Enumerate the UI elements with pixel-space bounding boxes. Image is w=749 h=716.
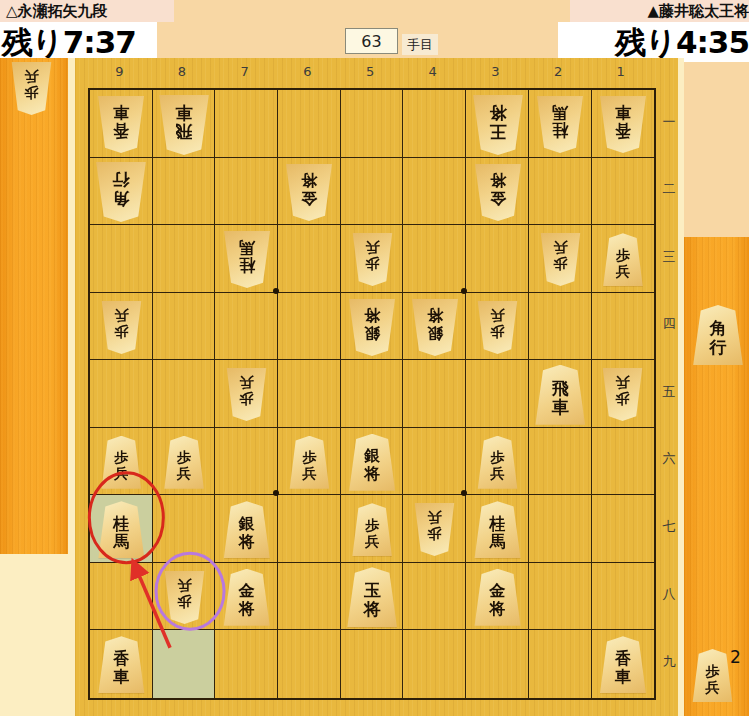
rank-label-4: 四 [659,291,679,359]
sente-player-name: ▲藤井聡太王将 [570,0,749,22]
sente-clock: 残り4:35 [558,22,749,62]
piece-gote-gold-3二: 金将 [473,164,523,221]
rank-label-2: 二 [659,156,679,224]
file-label-5: 5 [339,64,402,84]
rank-label-7: 七 [659,493,679,561]
piece-sente-silver-7七: 銀将 [222,501,272,558]
file-label-6: 6 [276,64,339,84]
piece-sente-lance-9九: 香車 [96,636,146,693]
gote-captured-tray: 歩兵 [0,58,68,554]
move-suffix-label: 手目 [402,34,438,55]
sente-captured-tray: 角行歩兵2 [684,237,749,716]
hand-count-pawn: 2 [730,647,741,667]
piece-gote-pawn-8八: 歩兵 [163,571,206,624]
piece-sente-knight-3七: 桂馬 [473,501,523,558]
piece-sente-rook-2五: 飛車 [533,365,587,425]
file-label-7: 7 [213,64,276,84]
move-number-input[interactable]: 63 [345,28,398,54]
left-gap [68,58,75,716]
rank-label-1: 一 [659,88,679,156]
piece-gote-pawn-2三: 歩兵 [539,233,582,286]
piece-gote-silver-4四: 銀将 [410,299,460,356]
piece-gote-rook-8一: 飛車 [157,95,211,155]
rank-label-6: 六 [659,426,679,494]
rank-label-8: 八 [659,561,679,629]
rank-label-3: 三 [659,223,679,291]
piece-gote-knight-7三: 桂馬 [222,231,272,288]
piece-sente-silver-5六: 銀将 [347,434,397,491]
piece-gote-pawn-3四: 歩兵 [476,301,519,354]
piece-sente-pawn-5七: 歩兵 [351,503,394,556]
piece-sente-knight-9七: 桂馬 [96,501,146,558]
rank-labels: 一二三四五六七八九 [659,88,679,696]
shogi-board: 987654321 一二三四五六七八九 香車飛車王将桂馬香車角行金将金将桂馬歩兵… [75,58,678,716]
piece-sente-gold-7八: 金将 [222,569,272,626]
piece-layer: 香車飛車王将桂馬香車角行金将金将桂馬歩兵歩兵歩兵歩兵銀将銀将歩兵歩兵飛車歩兵歩兵… [90,90,654,697]
bottom-left-panel [0,554,72,716]
piece-gote-lance-1一: 香車 [598,96,648,153]
piece-gote-gold-6二: 金将 [284,164,334,221]
piece-sente-pawn: 歩兵 [691,649,734,702]
piece-gote-pawn: 歩兵 [10,62,53,115]
piece-sente-pawn-3六: 歩兵 [476,436,519,489]
piece-gote-lance-9一: 香車 [96,96,146,153]
rank-label-9: 九 [659,628,679,696]
piece-sente-pawn-1三: 歩兵 [601,233,644,286]
file-label-2: 2 [527,64,590,84]
piece-sente-bishop: 角行 [691,305,745,365]
piece-gote-silver-5四: 銀将 [347,299,397,356]
piece-sente-pawn-9六: 歩兵 [100,436,143,489]
piece-sente-pawn-6六: 歩兵 [288,436,331,489]
piece-gote-pawn-5三: 歩兵 [351,233,394,286]
file-label-3: 3 [464,64,527,84]
piece-gote-knight-2一: 桂馬 [535,96,585,153]
piece-gote-pawn-9四: 歩兵 [100,301,143,354]
piece-gote-bishop-9二: 角行 [94,162,148,222]
piece-gote-pawn-4七: 歩兵 [413,503,456,556]
piece-gote-pawn-1五: 歩兵 [601,368,644,421]
piece-gote-king-3一: 王将 [471,95,525,155]
rank-label-5: 五 [659,358,679,426]
file-label-1: 1 [589,64,652,84]
file-label-8: 8 [151,64,214,84]
piece-sente-king-5八: 玉将 [345,567,399,627]
piece-gote-pawn-7五: 歩兵 [225,368,268,421]
file-label-4: 4 [401,64,464,84]
file-labels: 987654321 [88,64,652,84]
file-label-9: 9 [88,64,151,84]
gote-clock: 残り7:37 [0,22,157,62]
gote-player-name: △永瀬拓矢九段 [0,0,174,22]
piece-sente-gold-3八: 金将 [473,569,523,626]
piece-sente-lance-1九: 香車 [598,636,648,693]
piece-sente-pawn-8六: 歩兵 [163,436,206,489]
